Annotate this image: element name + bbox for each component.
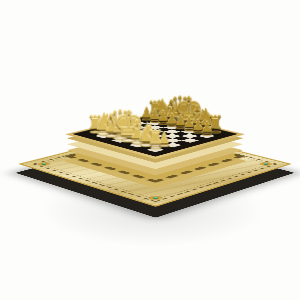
chess-set-photo: ♜♞♝♛♚♝♞♜♟♟♟♟♟♟♟♟♟♟♟♟♟♟♟♟♜♞♝♛♚♝♞♜ bbox=[0, 0, 300, 300]
white-rook-glyph: ♜ bbox=[147, 130, 164, 148]
corner-gem-right bbox=[260, 162, 273, 166]
piece-black-pawn-h7[interactable]: ♟ bbox=[194, 85, 221, 136]
piece-base bbox=[149, 146, 161, 149]
piece-base bbox=[202, 133, 212, 136]
stage: ♜♞♝♛♚♝♞♜♟♟♟♟♟♟♟♟♟♟♟♟♟♟♟♟♜♞♝♛♚♝♞♜ bbox=[0, 0, 300, 300]
corner-gem-left bbox=[38, 162, 51, 166]
corner-gem-near bbox=[148, 196, 162, 200]
piece-white-rook-h1[interactable]: ♜ bbox=[141, 96, 169, 149]
